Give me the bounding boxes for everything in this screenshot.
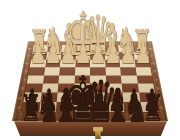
file-label: C [55,112,73,121]
square [57,93,74,102]
square [90,60,105,68]
rank-label: 8 [26,47,33,51]
square [75,67,90,75]
rank-label: 7 [25,54,32,58]
square [105,67,121,75]
square [90,67,105,75]
squares [22,45,159,112]
square [119,60,135,68]
square [106,84,123,93]
square [132,45,147,52]
square [123,102,141,112]
file-label: F [107,112,125,121]
chess-set-photo: ABCDEFGH 87654321 87654321 ♜♞♝♚♛♝♞♜♟♟♟♟♟… [0,0,180,140]
square [105,60,120,68]
square [58,84,75,93]
square [106,93,123,102]
rank-label: 5 [151,69,159,73]
square [122,84,139,93]
square [135,67,152,75]
square [58,75,74,83]
rank-label: 4 [152,78,160,82]
rank-label: 7 [148,54,155,58]
file-label: G [124,112,142,121]
square [140,102,158,112]
rank-label: 1 [14,105,23,110]
square [90,75,106,83]
rank-label: 1 [157,105,166,110]
square [47,45,62,52]
square [90,84,106,93]
square [41,84,58,93]
square [134,60,150,68]
square [133,52,149,59]
square [74,84,90,93]
square [45,60,61,68]
square [74,75,90,83]
square [61,45,76,52]
square [46,52,61,59]
rank-label: 6 [149,62,157,66]
file-label: D [73,112,91,121]
square [22,102,40,112]
square [39,102,57,112]
square [90,102,107,112]
square [118,45,133,52]
square [104,45,119,52]
file-label: E [90,112,108,121]
square [40,93,57,102]
square [136,75,153,83]
square [90,93,107,102]
rank-label: 4 [20,78,28,82]
square [75,60,90,68]
rank-label: 2 [155,95,163,100]
square [23,93,41,102]
square [75,52,90,59]
square [119,52,134,59]
rank-label: 8 [147,47,154,51]
square [90,52,105,59]
square [120,67,136,75]
square [104,52,119,59]
square [43,75,60,83]
file-label: B [38,112,56,121]
square [31,52,47,59]
square [32,45,47,52]
square [73,93,90,102]
square [28,67,45,75]
square [56,102,74,112]
rank-label: 3 [154,86,162,90]
file-label: A [20,112,39,121]
file-label: H [141,112,160,121]
chess-board: ABCDEFGH 87654321 87654321 [12,41,168,121]
square [105,75,121,83]
square [137,84,154,93]
box-front-edge [14,121,167,136]
rank-label: 6 [23,62,31,66]
square [76,45,90,52]
square [73,102,90,112]
rank-label: 5 [22,69,30,73]
square [25,84,42,93]
rank-label: 3 [18,86,26,90]
square [107,102,125,112]
square [60,60,75,68]
square [122,93,139,102]
square [30,60,46,68]
rank-label: 2 [16,95,24,100]
square [61,52,76,59]
square [27,75,44,83]
square [59,67,75,75]
square [121,75,138,83]
square [139,93,157,102]
square [44,67,60,75]
file-labels-row: ABCDEFGH [20,112,160,121]
square [90,45,104,52]
